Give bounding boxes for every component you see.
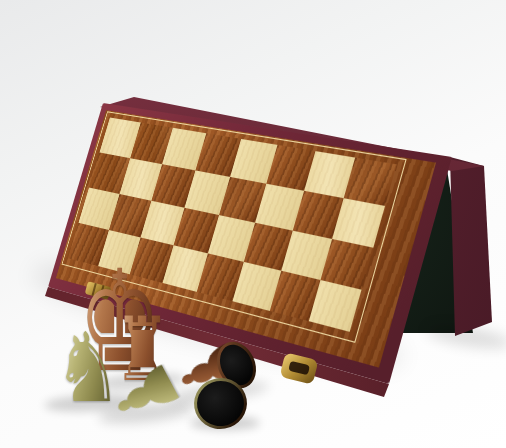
- scene: ♚♜♞♟♟: [0, 0, 506, 448]
- fallen-piece-felt-base-only: [193, 377, 247, 429]
